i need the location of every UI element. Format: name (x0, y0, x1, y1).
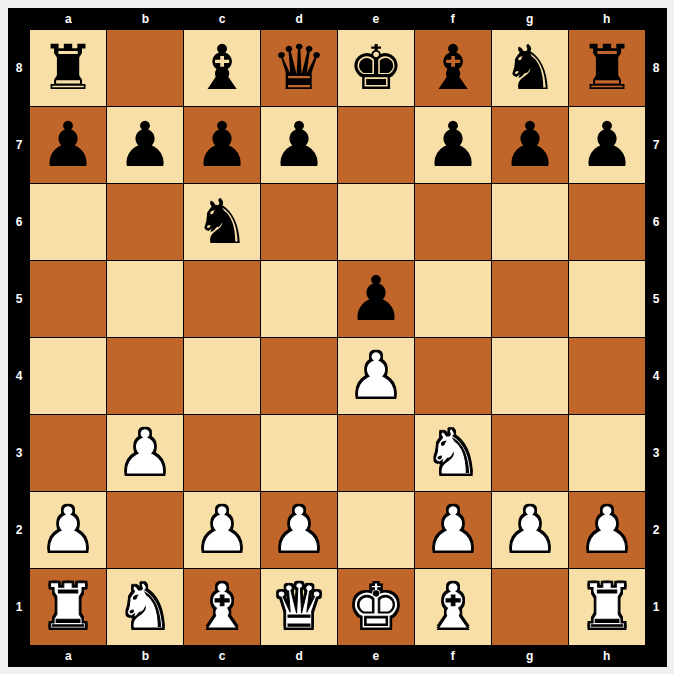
border-corner (645, 8, 667, 30)
square-h5[interactable] (569, 261, 645, 337)
square-g1[interactable] (492, 569, 568, 645)
piece-white-pawn[interactable]: ♟ (579, 499, 635, 561)
piece-black-rook[interactable]: ♜ (579, 37, 635, 99)
square-h4[interactable] (569, 338, 645, 414)
square-e8[interactable]: ♚ (338, 30, 414, 106)
square-d4[interactable] (261, 338, 337, 414)
square-b8[interactable] (107, 30, 183, 106)
piece-black-pawn[interactable]: ♟ (271, 114, 327, 176)
rank-labels-right: 87654321 (645, 30, 667, 645)
piece-white-knight[interactable]: ♞ (117, 576, 173, 638)
board-frame: abcdefgh 87654321 ♜♝♛♚♝♞♜♟♟♟♟♟♟♟♞♟♟♟♞♟♟♟… (8, 8, 667, 667)
piece-white-pawn[interactable]: ♟ (271, 499, 327, 561)
rank-label-8: 8 (645, 30, 667, 107)
piece-black-pawn[interactable]: ♟ (117, 114, 173, 176)
square-h2[interactable]: ♟ (569, 492, 645, 568)
piece-black-knight[interactable]: ♞ (502, 37, 558, 99)
piece-white-rook[interactable]: ♜ (40, 576, 96, 638)
square-c2[interactable]: ♟ (184, 492, 260, 568)
piece-white-pawn[interactable]: ♟ (348, 345, 404, 407)
file-label-h: h (568, 645, 645, 667)
square-e7[interactable] (338, 107, 414, 183)
piece-black-king[interactable]: ♚ (348, 37, 404, 99)
square-b4[interactable] (107, 338, 183, 414)
rank-label-5: 5 (8, 261, 30, 338)
rank-label-2: 2 (8, 491, 30, 568)
rank-label-2: 2 (645, 491, 667, 568)
square-f3[interactable]: ♞ (415, 415, 491, 491)
file-label-d: d (261, 8, 338, 30)
piece-white-king[interactable]: ♚ (348, 576, 404, 638)
piece-black-pawn[interactable]: ♟ (194, 114, 250, 176)
square-h8[interactable]: ♜ (569, 30, 645, 106)
rank-label-6: 6 (645, 184, 667, 261)
square-f6[interactable] (415, 184, 491, 260)
square-e6[interactable] (338, 184, 414, 260)
piece-black-queen[interactable]: ♛ (271, 37, 327, 99)
piece-white-pawn[interactable]: ♟ (117, 422, 173, 484)
square-h3[interactable] (569, 415, 645, 491)
square-c1[interactable]: ♝ (184, 569, 260, 645)
square-a8[interactable]: ♜ (30, 30, 106, 106)
piece-black-rook[interactable]: ♜ (40, 37, 96, 99)
square-d1[interactable]: ♛ (261, 569, 337, 645)
piece-black-pawn[interactable]: ♟ (579, 114, 635, 176)
square-f4[interactable] (415, 338, 491, 414)
square-h6[interactable] (569, 184, 645, 260)
square-d3[interactable] (261, 415, 337, 491)
square-b3[interactable]: ♟ (107, 415, 183, 491)
square-b5[interactable] (107, 261, 183, 337)
rank-label-4: 4 (645, 338, 667, 415)
border-corner (645, 645, 667, 667)
square-b2[interactable] (107, 492, 183, 568)
rank-label-4: 4 (8, 338, 30, 415)
file-label-b: b (107, 645, 184, 667)
square-c5[interactable] (184, 261, 260, 337)
square-b6[interactable] (107, 184, 183, 260)
file-label-e: e (338, 645, 415, 667)
square-g4[interactable] (492, 338, 568, 414)
piece-white-bishop[interactable]: ♝ (425, 576, 481, 638)
square-c7[interactable]: ♟ (184, 107, 260, 183)
square-e3[interactable] (338, 415, 414, 491)
square-g8[interactable]: ♞ (492, 30, 568, 106)
square-a2[interactable]: ♟ (30, 492, 106, 568)
square-h1[interactable]: ♜ (569, 569, 645, 645)
rank-label-1: 1 (8, 568, 30, 645)
piece-black-pawn[interactable]: ♟ (40, 114, 96, 176)
piece-white-pawn[interactable]: ♟ (194, 499, 250, 561)
piece-black-bishop[interactable]: ♝ (194, 37, 250, 99)
square-g2[interactable]: ♟ (492, 492, 568, 568)
square-c8[interactable]: ♝ (184, 30, 260, 106)
rank-label-8: 8 (8, 30, 30, 107)
file-label-a: a (30, 645, 107, 667)
square-a5[interactable] (30, 261, 106, 337)
square-g7[interactable]: ♟ (492, 107, 568, 183)
piece-black-knight[interactable]: ♞ (194, 191, 250, 253)
square-d5[interactable] (261, 261, 337, 337)
square-a1[interactable]: ♜ (30, 569, 106, 645)
file-label-e: e (338, 8, 415, 30)
file-label-c: c (184, 645, 261, 667)
square-c6[interactable]: ♞ (184, 184, 260, 260)
rank-label-1: 1 (645, 568, 667, 645)
border-corner (8, 645, 30, 667)
square-d7[interactable]: ♟ (261, 107, 337, 183)
file-label-d: d (261, 645, 338, 667)
square-b7[interactable]: ♟ (107, 107, 183, 183)
file-label-f: f (414, 645, 491, 667)
square-b1[interactable]: ♞ (107, 569, 183, 645)
rank-label-5: 5 (645, 261, 667, 338)
square-d6[interactable] (261, 184, 337, 260)
file-label-g: g (491, 8, 568, 30)
square-g6[interactable] (492, 184, 568, 260)
rank-label-7: 7 (8, 107, 30, 184)
file-label-a: a (30, 8, 107, 30)
file-label-g: g (491, 645, 568, 667)
piece-white-pawn[interactable]: ♟ (425, 499, 481, 561)
square-f8[interactable]: ♝ (415, 30, 491, 106)
piece-white-rook[interactable]: ♜ (579, 576, 635, 638)
file-labels-bottom: abcdefgh (30, 645, 645, 667)
square-e5[interactable]: ♟ (338, 261, 414, 337)
square-a4[interactable] (30, 338, 106, 414)
square-d2[interactable]: ♟ (261, 492, 337, 568)
piece-white-bishop[interactable]: ♝ (194, 576, 250, 638)
rank-label-3: 3 (8, 414, 30, 491)
piece-white-pawn[interactable]: ♟ (502, 499, 558, 561)
rank-label-3: 3 (645, 414, 667, 491)
square-c4[interactable] (184, 338, 260, 414)
square-f5[interactable] (415, 261, 491, 337)
square-h7[interactable]: ♟ (569, 107, 645, 183)
rank-labels-left: 87654321 (8, 30, 30, 645)
piece-black-pawn[interactable]: ♟ (502, 114, 558, 176)
square-d8[interactable]: ♛ (261, 30, 337, 106)
piece-black-pawn[interactable]: ♟ (348, 268, 404, 330)
file-label-f: f (414, 8, 491, 30)
square-f1[interactable]: ♝ (415, 569, 491, 645)
piece-white-pawn[interactable]: ♟ (40, 499, 96, 561)
square-e2[interactable] (338, 492, 414, 568)
piece-white-knight[interactable]: ♞ (425, 422, 481, 484)
square-g5[interactable] (492, 261, 568, 337)
chess-board: ♜♝♛♚♝♞♜♟♟♟♟♟♟♟♞♟♟♟♞♟♟♟♟♟♟♜♞♝♛♚♝♜ (30, 30, 645, 645)
rank-label-6: 6 (8, 184, 30, 261)
piece-white-queen[interactable]: ♛ (271, 576, 327, 638)
square-e1[interactable]: ♚ (338, 569, 414, 645)
file-label-c: c (184, 8, 261, 30)
square-e4[interactable]: ♟ (338, 338, 414, 414)
square-a7[interactable]: ♟ (30, 107, 106, 183)
file-labels-top: abcdefgh (30, 8, 645, 30)
square-g3[interactable] (492, 415, 568, 491)
border-corner (8, 8, 30, 30)
file-label-h: h (568, 8, 645, 30)
square-a3[interactable] (30, 415, 106, 491)
square-c3[interactable] (184, 415, 260, 491)
square-a6[interactable] (30, 184, 106, 260)
square-f7[interactable]: ♟ (415, 107, 491, 183)
piece-black-bishop[interactable]: ♝ (425, 37, 481, 99)
file-label-b: b (107, 8, 184, 30)
piece-black-pawn[interactable]: ♟ (425, 114, 481, 176)
rank-label-7: 7 (645, 107, 667, 184)
square-f2[interactable]: ♟ (415, 492, 491, 568)
